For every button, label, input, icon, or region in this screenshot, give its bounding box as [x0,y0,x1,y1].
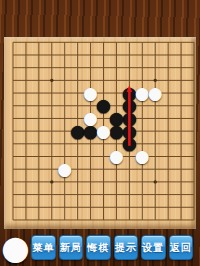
white-stone: ● [149,87,162,100]
white-stone: ● [136,150,149,163]
white-stone: ● [58,163,71,176]
new-game-button[interactable]: 新局 [59,235,84,260]
gomoku-app: ●●●●●●●●●●●●●●●●●● ● 菜单 新局 悔棋 提示 设置 返回 [0,0,200,266]
black-stone: ● [110,125,123,138]
black-stone: ● [123,137,136,150]
menu-button[interactable]: 菜单 [31,235,56,260]
toolbar-buttons: 菜单 新局 悔棋 提示 设置 返回 [31,235,193,260]
undo-button[interactable]: 悔棋 [86,235,111,260]
settings-button[interactable]: 设置 [141,235,166,260]
black-stone: ● [97,99,110,112]
white-stone: ● [97,125,110,138]
game-board[interactable]: ●●●●●●●●●●●●●●●●●● [7,36,200,226]
back-button[interactable]: 返回 [169,235,194,260]
white-stone: ● [84,87,97,100]
hint-button[interactable]: 提示 [114,235,139,260]
toolbar: ● 菜单 新局 悔棋 提示 设置 返回 [0,229,200,266]
white-stone-icon: ● [0,233,31,263]
white-stone: ● [110,150,123,163]
white-stone: ● [136,87,149,100]
